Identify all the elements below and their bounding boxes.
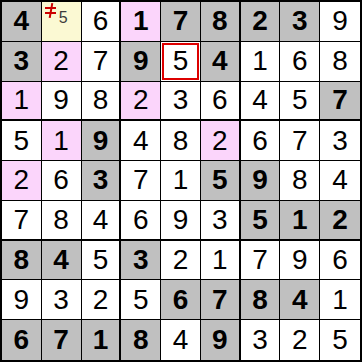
digit: 8 bbox=[332, 47, 348, 75]
digit: 5 bbox=[252, 206, 268, 234]
digit: 9 bbox=[252, 166, 268, 194]
digit: 5 bbox=[93, 246, 109, 274]
digit: 6 bbox=[252, 127, 268, 155]
cell-r2c1[interactable]: 3 bbox=[2, 42, 42, 82]
cell-r4c8[interactable]: 7 bbox=[280, 121, 320, 161]
digit: 8 bbox=[173, 127, 189, 155]
digit: 8 bbox=[133, 326, 149, 354]
digit: 1 bbox=[53, 127, 69, 155]
cell-r5c1[interactable]: 2 bbox=[2, 161, 42, 201]
cell-r8c3[interactable]: 2 bbox=[82, 280, 122, 320]
cell-r4c2[interactable]: 1 bbox=[42, 121, 82, 161]
digit: 6 bbox=[292, 47, 308, 75]
cell-r8c4[interactable]: 5 bbox=[121, 280, 161, 320]
cell-r3c8[interactable]: 5 bbox=[280, 82, 320, 122]
cell-r6c4[interactable]: 6 bbox=[121, 201, 161, 241]
cell-r1c2[interactable]: 5 bbox=[42, 2, 82, 42]
cell-r8c7[interactable]: 8 bbox=[241, 280, 281, 320]
digit: 9 bbox=[173, 206, 189, 234]
digit: 8 bbox=[292, 166, 308, 194]
cell-r6c2[interactable]: 8 bbox=[42, 201, 82, 241]
cell-r8c6[interactable]: 7 bbox=[201, 280, 241, 320]
digit: 6 bbox=[133, 206, 149, 234]
cell-r7c1[interactable]: 8 bbox=[2, 241, 42, 281]
digit: 2 bbox=[332, 206, 348, 234]
cell-r6c8[interactable]: 1 bbox=[280, 201, 320, 241]
digit: 3 bbox=[173, 86, 189, 114]
digit: 3 bbox=[133, 246, 149, 274]
cell-r1c3[interactable]: 6 bbox=[82, 2, 122, 42]
cell-r2c6[interactable]: 4 bbox=[201, 42, 241, 82]
cell-r1c7[interactable]: 2 bbox=[241, 2, 281, 42]
cell-r5c7[interactable]: 9 bbox=[241, 161, 281, 201]
cell-r9c9[interactable]: 5 bbox=[320, 320, 360, 360]
cell-r5c6[interactable]: 5 bbox=[201, 161, 241, 201]
digit: 4 bbox=[53, 246, 69, 274]
digit: 5 bbox=[212, 166, 228, 194]
cell-r7c9[interactable]: 6 bbox=[320, 241, 360, 281]
cell-r9c4[interactable]: 8 bbox=[121, 320, 161, 360]
digit: 7 bbox=[133, 166, 149, 194]
cell-r2c9[interactable]: 8 bbox=[320, 42, 360, 82]
cell-r8c2[interactable]: 3 bbox=[42, 280, 82, 320]
digit: 8 bbox=[93, 86, 109, 114]
digit: 6 bbox=[53, 166, 69, 194]
cell-r9c8[interactable]: 2 bbox=[280, 320, 320, 360]
digit: 4 bbox=[292, 286, 308, 314]
cell-r9c7[interactable]: 3 bbox=[241, 320, 281, 360]
cell-r7c8[interactable]: 9 bbox=[280, 241, 320, 281]
digit: 4 bbox=[332, 166, 348, 194]
digit: 5 bbox=[292, 86, 308, 114]
digit: 8 bbox=[14, 246, 30, 274]
digit: 1 bbox=[173, 166, 189, 194]
cell-r6c3[interactable]: 4 bbox=[82, 201, 122, 241]
digit: 9 bbox=[292, 246, 308, 274]
digit: 1 bbox=[14, 86, 30, 114]
digit: 7 bbox=[292, 127, 308, 155]
sudoku-board: 4561782393279541681982364575194826732637… bbox=[0, 0, 362, 362]
digit: 7 bbox=[53, 326, 69, 354]
digit: 4 bbox=[173, 326, 189, 354]
cell-r3c6[interactable]: 6 bbox=[201, 82, 241, 122]
digit: 2 bbox=[53, 47, 69, 75]
digit: 9 bbox=[93, 127, 109, 155]
digit: 4 bbox=[252, 86, 268, 114]
cell-r8c9[interactable]: 1 bbox=[320, 280, 360, 320]
digit: 6 bbox=[332, 246, 348, 274]
digit: 1 bbox=[292, 206, 308, 234]
cell-r7c3[interactable]: 5 bbox=[82, 241, 122, 281]
digit: 9 bbox=[53, 86, 69, 114]
digit: 1 bbox=[133, 7, 149, 35]
red-flag-icon bbox=[45, 4, 56, 17]
digit: 1 bbox=[332, 286, 348, 314]
digit: 9 bbox=[332, 7, 348, 35]
digit: 2 bbox=[212, 127, 228, 155]
digit: 4 bbox=[133, 127, 149, 155]
digit: 4 bbox=[93, 206, 109, 234]
cell-r7c4[interactable]: 3 bbox=[121, 241, 161, 281]
cell-r2c8[interactable]: 6 bbox=[280, 42, 320, 82]
cell-r3c7[interactable]: 4 bbox=[241, 82, 281, 122]
cell-r4c1[interactable]: 5 bbox=[2, 121, 42, 161]
digit: 8 bbox=[212, 7, 228, 35]
cell-r4c6[interactable]: 2 bbox=[201, 121, 241, 161]
cell-r3c4[interactable]: 2 bbox=[121, 82, 161, 122]
digit: 3 bbox=[292, 7, 308, 35]
cell-r9c3[interactable]: 1 bbox=[82, 320, 122, 360]
cell-r1c1[interactable]: 4 bbox=[2, 2, 42, 42]
cell-r6c5[interactable]: 9 bbox=[161, 201, 201, 241]
digit: 7 bbox=[14, 206, 30, 234]
cell-r5c8[interactable]: 8 bbox=[280, 161, 320, 201]
digit: 6 bbox=[173, 286, 189, 314]
cell-r1c5[interactable]: 7 bbox=[161, 2, 201, 42]
digit: 3 bbox=[93, 166, 109, 194]
cell-r2c4[interactable]: 9 bbox=[121, 42, 161, 82]
digit: 5 bbox=[173, 47, 189, 75]
digit: 5 bbox=[133, 286, 149, 314]
digit: 7 bbox=[332, 86, 348, 114]
digit: 3 bbox=[252, 326, 268, 354]
digit: 6 bbox=[212, 86, 228, 114]
digit: 7 bbox=[173, 7, 189, 35]
digit: 3 bbox=[212, 206, 228, 234]
digit: 2 bbox=[173, 246, 189, 274]
digit: 2 bbox=[14, 166, 30, 194]
digit: 7 bbox=[212, 286, 228, 314]
cell-r2c5[interactable]: 5 bbox=[161, 42, 201, 82]
digit: 9 bbox=[212, 326, 228, 354]
cell-r1c4[interactable]: 1 bbox=[121, 2, 161, 42]
digit: 3 bbox=[14, 47, 30, 75]
cell-r3c3[interactable]: 8 bbox=[82, 82, 122, 122]
pencil-candidate: 5 bbox=[59, 10, 68, 26]
digit: 7 bbox=[93, 47, 109, 75]
cell-r2c3[interactable]: 7 bbox=[82, 42, 122, 82]
digit: 7 bbox=[252, 246, 268, 274]
cell-r4c5[interactable]: 8 bbox=[161, 121, 201, 161]
cell-r1c9[interactable]: 9 bbox=[320, 2, 360, 42]
digit: 5 bbox=[332, 326, 348, 354]
cell-r4c4[interactable]: 4 bbox=[121, 121, 161, 161]
digit: 9 bbox=[14, 286, 30, 314]
cell-r5c3[interactable]: 3 bbox=[82, 161, 122, 201]
digit: 4 bbox=[212, 47, 228, 75]
cell-r3c5[interactable]: 3 bbox=[161, 82, 201, 122]
digit: 4 bbox=[14, 7, 30, 35]
digit: 9 bbox=[133, 47, 149, 75]
cell-r5c4[interactable]: 7 bbox=[121, 161, 161, 201]
digit: 1 bbox=[212, 246, 228, 274]
cell-r7c5[interactable]: 2 bbox=[161, 241, 201, 281]
cell-r9c5[interactable]: 4 bbox=[161, 320, 201, 360]
cell-r3c2[interactable]: 9 bbox=[42, 82, 82, 122]
cell-r7c7[interactable]: 7 bbox=[241, 241, 281, 281]
cell-r5c9[interactable]: 4 bbox=[320, 161, 360, 201]
cell-r1c8[interactable]: 3 bbox=[280, 2, 320, 42]
digit: 3 bbox=[332, 127, 348, 155]
cell-r9c6[interactable]: 9 bbox=[201, 320, 241, 360]
cell-r9c2[interactable]: 7 bbox=[42, 320, 82, 360]
cell-r1c6[interactable]: 8 bbox=[201, 2, 241, 42]
cell-r5c5[interactable]: 1 bbox=[161, 161, 201, 201]
digit: 6 bbox=[14, 326, 30, 354]
cell-r7c6[interactable]: 1 bbox=[201, 241, 241, 281]
cell-r3c1[interactable]: 1 bbox=[2, 82, 42, 122]
cell-r3c9[interactable]: 7 bbox=[320, 82, 360, 122]
digit: 8 bbox=[252, 286, 268, 314]
cell-r5c2[interactable]: 6 bbox=[42, 161, 82, 201]
cell-r4c7[interactable]: 6 bbox=[241, 121, 281, 161]
cell-r6c9[interactable]: 2 bbox=[320, 201, 360, 241]
cell-r6c6[interactable]: 3 bbox=[201, 201, 241, 241]
digit: 1 bbox=[252, 47, 268, 75]
digit: 2 bbox=[133, 86, 149, 114]
cell-r2c2[interactable]: 2 bbox=[42, 42, 82, 82]
digit: 6 bbox=[93, 7, 109, 35]
cell-r4c3[interactable]: 9 bbox=[82, 121, 122, 161]
digit: 5 bbox=[14, 127, 30, 155]
digit: 3 bbox=[53, 286, 69, 314]
cell-r6c1[interactable]: 7 bbox=[2, 201, 42, 241]
digit: 1 bbox=[93, 326, 109, 354]
digit: 8 bbox=[53, 206, 69, 234]
digit: 2 bbox=[252, 7, 268, 35]
digit: 2 bbox=[93, 286, 109, 314]
digit: 2 bbox=[292, 326, 308, 354]
cell-r7c2[interactable]: 4 bbox=[42, 241, 82, 281]
cell-r8c1[interactable]: 9 bbox=[2, 280, 42, 320]
cell-r6c7[interactable]: 5 bbox=[241, 201, 281, 241]
cell-r8c5[interactable]: 6 bbox=[161, 280, 201, 320]
cell-r8c8[interactable]: 4 bbox=[280, 280, 320, 320]
cell-r4c9[interactable]: 3 bbox=[320, 121, 360, 161]
cell-r2c7[interactable]: 1 bbox=[241, 42, 281, 82]
cell-r9c1[interactable]: 6 bbox=[2, 320, 42, 360]
